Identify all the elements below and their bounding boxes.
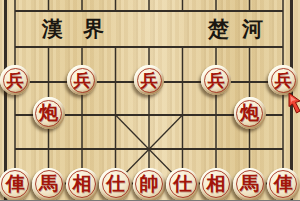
piece-character: 兵: [74, 69, 91, 92]
piece-red-advisor[interactable]: 仕: [166, 168, 199, 201]
piece-red-chariot[interactable]: 俥: [0, 168, 32, 201]
piece-character: 兵: [7, 69, 24, 92]
piece-character: 相: [207, 171, 226, 197]
river-label-han-jie: 漢界: [42, 17, 124, 41]
piece-character: 相: [73, 171, 92, 197]
piece-character: 炮: [39, 100, 58, 126]
piece-character: 兵: [275, 69, 292, 92]
piece-red-horse[interactable]: 馬: [233, 168, 266, 201]
piece-red-cannon[interactable]: 炮: [234, 97, 266, 129]
piece-character: 兵: [141, 69, 158, 92]
piece-character: 仕: [106, 171, 125, 197]
piece-character: 炮: [240, 100, 259, 126]
piece-red-advisor[interactable]: 仕: [99, 168, 132, 201]
piece-character: 仕: [173, 171, 192, 197]
piece-red-soldier[interactable]: 兵: [134, 65, 164, 95]
piece-character: 俥: [6, 171, 25, 197]
piece-red-elephant[interactable]: 相: [66, 168, 99, 201]
piece-character: 馬: [39, 171, 58, 197]
piece-red-general[interactable]: 帥: [133, 168, 166, 201]
piece-red-soldier[interactable]: 兵: [0, 65, 30, 95]
piece-character: 帥: [140, 171, 159, 197]
piece-red-horse[interactable]: 馬: [32, 168, 65, 201]
piece-red-soldier[interactable]: 兵: [268, 65, 298, 95]
piece-red-soldier[interactable]: 兵: [201, 65, 231, 95]
piece-red-soldier[interactable]: 兵: [67, 65, 97, 95]
piece-character: 俥: [274, 171, 293, 197]
piece-red-chariot[interactable]: 俥: [267, 168, 300, 201]
piece-red-cannon[interactable]: 炮: [33, 97, 65, 129]
xiangqi-board[interactable]: 漢界 楚河 兵兵兵兵兵炮炮俥馬相仕帥仕相馬俥: [0, 0, 300, 200]
river-label-chu-he: 楚河: [208, 17, 276, 41]
piece-red-elephant[interactable]: 相: [200, 168, 233, 201]
piece-character: 馬: [240, 171, 259, 197]
piece-character: 兵: [208, 69, 225, 92]
